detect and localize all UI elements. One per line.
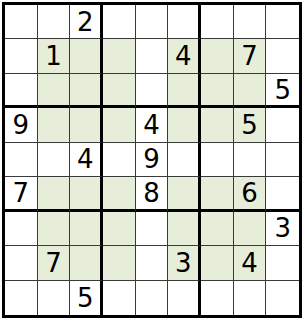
cell-r4c1-given: 9 bbox=[5, 108, 38, 142]
cell-r4c7-empty[interactable] bbox=[201, 108, 234, 142]
cell-r7c6-empty[interactable] bbox=[168, 212, 201, 246]
cell-r8c2-given: 7 bbox=[38, 246, 71, 280]
cell-r5c9-empty[interactable] bbox=[266, 143, 299, 177]
cell-r7c3-empty[interactable] bbox=[70, 212, 103, 246]
cell-r2c5-empty[interactable] bbox=[136, 39, 169, 73]
cell-r5c7-empty[interactable] bbox=[201, 143, 234, 177]
cell-r1c6-empty[interactable] bbox=[168, 5, 201, 39]
cell-r1c9-empty[interactable] bbox=[266, 5, 299, 39]
cell-r4c2-empty[interactable] bbox=[38, 108, 71, 142]
cell-r1c4-empty[interactable] bbox=[103, 5, 136, 39]
cell-r5c1-empty[interactable] bbox=[5, 143, 38, 177]
cell-r6c8-given: 6 bbox=[234, 177, 267, 211]
cell-r8c3-empty[interactable] bbox=[70, 246, 103, 280]
cell-r3c2-empty[interactable] bbox=[38, 74, 71, 108]
cell-r6c1-given: 7 bbox=[5, 177, 38, 211]
cell-r5c5-given: 9 bbox=[136, 143, 169, 177]
cell-r9c2-empty[interactable] bbox=[38, 281, 71, 315]
cell-r3c5-empty[interactable] bbox=[136, 74, 169, 108]
cell-r6c3-empty[interactable] bbox=[70, 177, 103, 211]
cell-r7c7-empty[interactable] bbox=[201, 212, 234, 246]
cell-r7c9-given: 3 bbox=[266, 212, 299, 246]
cell-r8c4-empty[interactable] bbox=[103, 246, 136, 280]
cell-r5c6-empty[interactable] bbox=[168, 143, 201, 177]
cell-r3c6-empty[interactable] bbox=[168, 74, 201, 108]
sudoku-board: 214759454978637345 bbox=[2, 2, 302, 318]
cell-r9c4-empty[interactable] bbox=[103, 281, 136, 315]
cell-r2c1-empty[interactable] bbox=[5, 39, 38, 73]
cell-r1c2-empty[interactable] bbox=[38, 5, 71, 39]
cell-r7c4-empty[interactable] bbox=[103, 212, 136, 246]
cell-r1c5-empty[interactable] bbox=[136, 5, 169, 39]
cell-r1c3-given: 2 bbox=[70, 5, 103, 39]
cell-r2c9-empty[interactable] bbox=[266, 39, 299, 73]
cell-r8c9-empty[interactable] bbox=[266, 246, 299, 280]
cell-r7c2-empty[interactable] bbox=[38, 212, 71, 246]
cell-r1c1-empty[interactable] bbox=[5, 5, 38, 39]
cell-r3c8-empty[interactable] bbox=[234, 74, 267, 108]
cell-r6c4-empty[interactable] bbox=[103, 177, 136, 211]
cell-r8c8-given: 4 bbox=[234, 246, 267, 280]
sudoku-page: 214759454978637345 bbox=[0, 0, 304, 320]
cell-r8c1-empty[interactable] bbox=[5, 246, 38, 280]
cell-r5c4-empty[interactable] bbox=[103, 143, 136, 177]
cell-r7c5-empty[interactable] bbox=[136, 212, 169, 246]
cell-r3c9-given: 5 bbox=[266, 74, 299, 108]
cell-r4c6-empty[interactable] bbox=[168, 108, 201, 142]
cell-r1c8-empty[interactable] bbox=[234, 5, 267, 39]
cell-r3c3-empty[interactable] bbox=[70, 74, 103, 108]
cell-r9c3-given: 5 bbox=[70, 281, 103, 315]
cell-r6c5-given: 8 bbox=[136, 177, 169, 211]
cell-r6c7-empty[interactable] bbox=[201, 177, 234, 211]
cell-r2c2-given: 1 bbox=[38, 39, 71, 73]
cell-r5c8-empty[interactable] bbox=[234, 143, 267, 177]
cell-r4c9-empty[interactable] bbox=[266, 108, 299, 142]
cell-r5c2-empty[interactable] bbox=[38, 143, 71, 177]
cell-r2c6-given: 4 bbox=[168, 39, 201, 73]
cell-r9c7-empty[interactable] bbox=[201, 281, 234, 315]
cell-r4c8-given: 5 bbox=[234, 108, 267, 142]
cell-r6c6-empty[interactable] bbox=[168, 177, 201, 211]
cell-r6c2-empty[interactable] bbox=[38, 177, 71, 211]
cell-r3c1-empty[interactable] bbox=[5, 74, 38, 108]
cell-r2c3-empty[interactable] bbox=[70, 39, 103, 73]
cell-r1c7-empty[interactable] bbox=[201, 5, 234, 39]
cell-r4c4-empty[interactable] bbox=[103, 108, 136, 142]
cell-r2c8-given: 7 bbox=[234, 39, 267, 73]
cell-r7c8-empty[interactable] bbox=[234, 212, 267, 246]
cell-r7c1-empty[interactable] bbox=[5, 212, 38, 246]
cell-r8c6-given: 3 bbox=[168, 246, 201, 280]
cell-r9c9-empty[interactable] bbox=[266, 281, 299, 315]
cell-r2c4-empty[interactable] bbox=[103, 39, 136, 73]
cell-r3c4-empty[interactable] bbox=[103, 74, 136, 108]
cell-r4c5-given: 4 bbox=[136, 108, 169, 142]
cell-r8c5-empty[interactable] bbox=[136, 246, 169, 280]
cell-r2c7-empty[interactable] bbox=[201, 39, 234, 73]
cell-r8c7-empty[interactable] bbox=[201, 246, 234, 280]
cell-r5c3-given: 4 bbox=[70, 143, 103, 177]
cell-r3c7-empty[interactable] bbox=[201, 74, 234, 108]
cell-r9c5-empty[interactable] bbox=[136, 281, 169, 315]
cell-r9c6-empty[interactable] bbox=[168, 281, 201, 315]
cell-r9c1-empty[interactable] bbox=[5, 281, 38, 315]
cell-r9c8-empty[interactable] bbox=[234, 281, 267, 315]
cell-r6c9-empty[interactable] bbox=[266, 177, 299, 211]
cell-r4c3-empty[interactable] bbox=[70, 108, 103, 142]
